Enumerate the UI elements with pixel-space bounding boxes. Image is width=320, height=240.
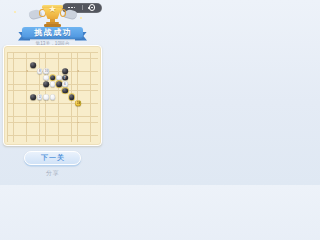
stone-white bbox=[50, 81, 56, 87]
star-point bbox=[77, 122, 79, 124]
challenge-success-screen: { "game": "gomoku", "header": { "banner_… bbox=[0, 0, 105, 185]
move-number: 10 bbox=[44, 70, 47, 73]
star-point bbox=[26, 70, 28, 72]
stone-black bbox=[30, 94, 36, 100]
stone-white: 10 bbox=[43, 69, 49, 75]
stone-white bbox=[43, 75, 49, 81]
next-level-button-label: 下一关 bbox=[40, 153, 65, 163]
trophy-icon: ★ bbox=[28, 1, 78, 28]
stone-white bbox=[56, 75, 62, 81]
stone-black: 7 bbox=[62, 75, 68, 81]
move-number: 6 bbox=[64, 83, 66, 86]
star-point bbox=[77, 70, 79, 72]
stone-white: 8 bbox=[37, 69, 43, 75]
stone-white: 6 bbox=[62, 81, 68, 87]
stone-black bbox=[56, 81, 62, 87]
stone-white: 5 bbox=[37, 94, 43, 100]
next-level-button[interactable]: 下一关 bbox=[24, 151, 81, 165]
close-circle-icon bbox=[89, 4, 96, 11]
gomoku-board: 81076519 bbox=[3, 45, 102, 146]
sparkle-icon bbox=[14, 11, 16, 13]
banner-title: 挑战成功 bbox=[33, 27, 73, 38]
stone-black bbox=[62, 88, 68, 94]
stone-black bbox=[69, 94, 75, 100]
move-number: 8 bbox=[39, 70, 41, 73]
trophy-star-icon: ★ bbox=[48, 5, 56, 14]
stone-black bbox=[62, 69, 68, 75]
move-number: 19 bbox=[76, 102, 79, 105]
board-cell bbox=[94, 138, 100, 144]
move-number: 5 bbox=[39, 96, 41, 99]
stone-black bbox=[43, 81, 49, 87]
stone-gold: 19 bbox=[75, 101, 81, 107]
stone-white bbox=[43, 94, 49, 100]
share-link[interactable]: 分享 bbox=[0, 169, 105, 178]
sparkle-icon bbox=[80, 17, 82, 19]
stone-white bbox=[50, 94, 56, 100]
close-button[interactable] bbox=[82, 3, 102, 13]
stone-black bbox=[30, 62, 36, 68]
sparkle-icon bbox=[88, 7, 90, 9]
stone-black bbox=[50, 75, 56, 81]
board-grid: 81076519 bbox=[5, 49, 101, 145]
move-number: 7 bbox=[64, 76, 66, 79]
star-point bbox=[26, 122, 28, 124]
success-banner: 挑战成功 bbox=[22, 27, 83, 40]
